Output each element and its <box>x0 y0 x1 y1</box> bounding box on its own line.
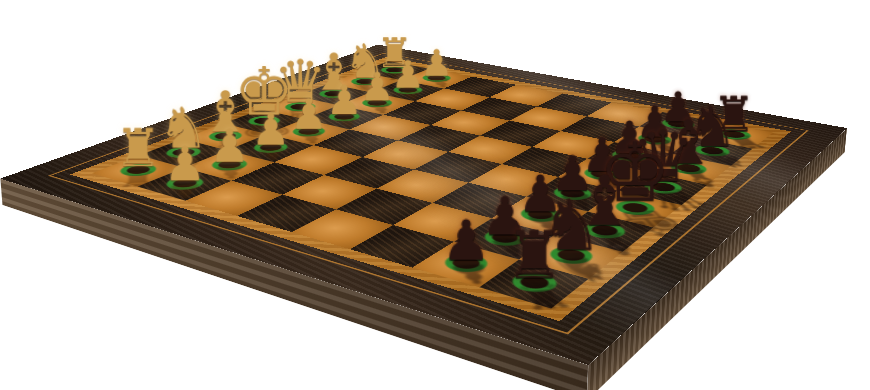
product-photo: ♜♜♞♞♝♝♚♚♛♛♝♝♞♞♜♜♟♟♟♟♟♟♟♟♟♟♟♟♟♟♟♟♟♟♟♟♟♟♟♟… <box>0 0 870 390</box>
board-grid: ♜♜♞♞♝♝♚♚♛♛♝♝♞♞♜♜♟♟♟♟♟♟♟♟♟♟♟♟♟♟♟♟♟♟♟♟♟♟♟♟… <box>92 61 773 308</box>
chess-board: ♜♜♞♞♝♝♚♚♛♛♝♝♞♞♜♜♟♟♟♟♟♟♟♟♟♟♟♟♟♟♟♟♟♟♟♟♟♟♟♟… <box>0 45 847 365</box>
photo-scene: ♜♜♞♞♝♝♚♚♛♛♝♝♞♞♜♜♟♟♟♟♟♟♟♟♟♟♟♟♟♟♟♟♟♟♟♟♟♟♟♟… <box>0 0 870 390</box>
square-h8[interactable]: ♜♜ <box>479 260 588 309</box>
square-c4[interactable] <box>431 111 510 136</box>
